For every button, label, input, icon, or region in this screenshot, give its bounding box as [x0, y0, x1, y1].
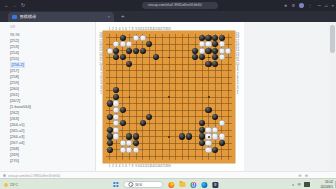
board-cell[interactable] — [126, 34, 133, 41]
board-cell[interactable] — [192, 107, 199, 114]
board-cell[interactable] — [218, 87, 225, 94]
board-cell[interactable] — [192, 100, 199, 107]
board-cell[interactable] — [212, 107, 219, 114]
board-cell[interactable] — [119, 100, 126, 107]
board-cell[interactable] — [179, 67, 186, 74]
board-cell[interactable] — [133, 74, 140, 81]
board-cell[interactable] — [126, 107, 133, 114]
reload-icon[interactable]: ↻ — [21, 2, 25, 8]
board-cell[interactable] — [185, 61, 192, 68]
board-cell[interactable] — [126, 80, 133, 87]
board-cell[interactable] — [139, 113, 146, 120]
board-cell[interactable] — [119, 80, 126, 87]
board-cell[interactable] — [172, 107, 179, 114]
board-cell[interactable] — [172, 94, 179, 101]
board-cell[interactable] — [139, 146, 146, 153]
board-cell[interactable] — [212, 61, 219, 68]
board-cell[interactable] — [172, 133, 179, 140]
board-cell[interactable] — [205, 107, 212, 114]
board-cell[interactable] — [172, 87, 179, 94]
board-cell[interactable] — [139, 80, 146, 87]
board-cell[interactable] — [119, 107, 126, 114]
board-cell[interactable] — [225, 54, 232, 61]
board-cell[interactable] — [106, 100, 113, 107]
board-cell[interactable] — [166, 47, 173, 54]
board-cell[interactable] — [159, 100, 166, 107]
board-cell[interactable] — [192, 47, 199, 54]
board-cell[interactable] — [146, 133, 153, 140]
board-cell[interactable] — [199, 140, 206, 147]
close-button[interactable]: × — [331, 3, 334, 8]
board-cell[interactable] — [106, 34, 113, 41]
board-cell[interactable] — [152, 133, 159, 140]
board-cell[interactable] — [179, 140, 186, 147]
board-cell[interactable] — [113, 120, 120, 127]
board-cell[interactable] — [179, 54, 186, 61]
board-cell[interactable] — [192, 41, 199, 48]
board-cell[interactable] — [218, 74, 225, 81]
board-cell[interactable] — [106, 140, 113, 147]
board-cell[interactable] — [205, 41, 212, 48]
board-cell[interactable] — [113, 153, 120, 160]
board-cell[interactable] — [133, 146, 140, 153]
board-cell[interactable] — [192, 153, 199, 160]
board-cell[interactable] — [172, 74, 179, 81]
board-cell[interactable] — [146, 47, 153, 54]
board-cell[interactable] — [192, 67, 199, 74]
board-cell[interactable] — [225, 61, 232, 68]
menu-icon[interactable]: ⋮ — [308, 3, 312, 8]
board-cell[interactable] — [199, 54, 206, 61]
board-cell[interactable] — [192, 133, 199, 140]
board-cell[interactable] — [106, 87, 113, 94]
board-cell[interactable] — [119, 94, 126, 101]
board-cell[interactable] — [126, 113, 133, 120]
board-cell[interactable] — [159, 146, 166, 153]
board-cell[interactable] — [185, 94, 192, 101]
board-cell[interactable] — [119, 113, 126, 120]
board-cell[interactable] — [159, 120, 166, 127]
board-cell[interactable] — [152, 47, 159, 54]
board-cell[interactable] — [159, 87, 166, 94]
board-cell[interactable] — [212, 153, 219, 160]
board-cell[interactable] — [152, 113, 159, 120]
board-cell[interactable] — [192, 34, 199, 41]
board-cell[interactable] — [119, 41, 126, 48]
board-cell[interactable] — [106, 41, 113, 48]
board-cell[interactable] — [139, 74, 146, 81]
board-cell[interactable] — [133, 94, 140, 101]
page-scrollbar[interactable] — [329, 22, 336, 171]
board-cell[interactable] — [166, 61, 173, 68]
board-cell[interactable] — [199, 80, 206, 87]
board-cell[interactable] — [152, 153, 159, 160]
board-cell[interactable] — [119, 127, 126, 134]
board-cell[interactable] — [205, 80, 212, 87]
board-cell[interactable] — [152, 34, 159, 41]
move-list-item[interactable]: [256-2] — [10, 62, 25, 68]
board-cell[interactable] — [113, 146, 120, 153]
board-cell[interactable] — [146, 146, 153, 153]
board-cell[interactable] — [185, 54, 192, 61]
board-cell[interactable] — [205, 127, 212, 134]
board-cell[interactable] — [146, 153, 153, 160]
board-cell[interactable] — [113, 34, 120, 41]
board-cell[interactable] — [166, 80, 173, 87]
board-cell[interactable] — [133, 61, 140, 68]
board-cell[interactable] — [199, 100, 206, 107]
board-cell[interactable] — [139, 87, 146, 94]
board-cell[interactable] — [106, 80, 113, 87]
board-cell[interactable] — [218, 80, 225, 87]
board-cell[interactable] — [199, 74, 206, 81]
board-cell[interactable] — [172, 140, 179, 147]
board-cell[interactable] — [199, 113, 206, 120]
board-cell[interactable] — [212, 120, 219, 127]
board-cell[interactable] — [159, 107, 166, 114]
board-cell[interactable] — [185, 74, 192, 81]
board-cell[interactable] — [146, 120, 153, 127]
dark-app-icon[interactable] — [212, 182, 218, 188]
board-cell[interactable] — [185, 113, 192, 120]
board-cell[interactable] — [179, 113, 186, 120]
board-cell[interactable] — [119, 67, 126, 74]
board-cell[interactable] — [172, 41, 179, 48]
board-cell[interactable] — [133, 127, 140, 134]
board-cell[interactable] — [152, 120, 159, 127]
board-cell[interactable] — [159, 41, 166, 48]
active-tab[interactable]: 围棋棋谱 × — [8, 12, 114, 23]
board-cell[interactable] — [106, 74, 113, 81]
board-cell[interactable] — [166, 100, 173, 107]
board-cell[interactable] — [212, 87, 219, 94]
board-cell[interactable] — [192, 120, 199, 127]
board-cell[interactable] — [218, 146, 225, 153]
board-cell[interactable] — [133, 100, 140, 107]
board-cell[interactable] — [192, 54, 199, 61]
board-cell[interactable] — [119, 34, 126, 41]
board-cell[interactable] — [192, 74, 199, 81]
board-cell[interactable] — [199, 127, 206, 134]
board-cell[interactable] — [212, 41, 219, 48]
address-bar[interactable]: xincap.com/xhz2-8965z6hnGf-bh60 — [142, 2, 218, 9]
board-cell[interactable] — [146, 74, 153, 81]
board-cell[interactable] — [113, 74, 120, 81]
board-cell[interactable] — [199, 120, 206, 127]
forward-icon[interactable]: → — [12, 2, 17, 8]
board-cell[interactable] — [199, 107, 206, 114]
board-cell[interactable] — [126, 140, 133, 147]
board-cell[interactable] — [152, 100, 159, 107]
board-cell[interactable] — [192, 146, 199, 153]
board-cell[interactable] — [159, 54, 166, 61]
board-cell[interactable] — [166, 74, 173, 81]
board-cell[interactable] — [152, 107, 159, 114]
new-tab-button[interactable]: + — [121, 13, 125, 19]
board-cell[interactable] — [159, 133, 166, 140]
maximize-button[interactable]: □ — [325, 3, 328, 8]
board-cell[interactable] — [139, 61, 146, 68]
board-cell[interactable] — [185, 34, 192, 41]
board-cell[interactable] — [126, 120, 133, 127]
board-cell[interactable] — [199, 41, 206, 48]
board-cell[interactable] — [205, 67, 212, 74]
board-cell[interactable] — [185, 41, 192, 48]
board-cell[interactable] — [113, 113, 120, 120]
board-cell[interactable] — [146, 113, 153, 120]
board-cell[interactable] — [139, 94, 146, 101]
board-cell[interactable] — [139, 47, 146, 54]
board-cell[interactable] — [212, 146, 219, 153]
board-cell[interactable] — [166, 113, 173, 120]
board-cell[interactable] — [199, 87, 206, 94]
tab-close-icon[interactable]: × — [108, 14, 110, 19]
board-cell[interactable] — [159, 67, 166, 74]
board-cell[interactable] — [106, 133, 113, 140]
board-cell[interactable] — [212, 74, 219, 81]
board-cell[interactable] — [133, 67, 140, 74]
board-cell[interactable] — [133, 153, 140, 160]
board-cell[interactable] — [172, 47, 179, 54]
board-cell[interactable] — [172, 127, 179, 134]
board-cell[interactable] — [185, 67, 192, 74]
board-cell[interactable] — [225, 87, 232, 94]
board-cell[interactable] — [113, 107, 120, 114]
board-cell[interactable] — [199, 34, 206, 41]
board-cell[interactable] — [126, 146, 133, 153]
board-cell[interactable] — [126, 67, 133, 74]
board-cell[interactable] — [166, 41, 173, 48]
board-cell[interactable] — [212, 140, 219, 147]
board-cell[interactable] — [166, 120, 173, 127]
board-cell[interactable] — [159, 113, 166, 120]
board-cell[interactable] — [205, 100, 212, 107]
board-cell[interactable] — [166, 127, 173, 134]
windows-start-icon[interactable] — [113, 182, 118, 187]
board-cell[interactable] — [133, 140, 140, 147]
board-cell[interactable] — [146, 87, 153, 94]
board-cell[interactable] — [225, 127, 232, 134]
board-cell[interactable] — [152, 41, 159, 48]
board-cell[interactable] — [172, 120, 179, 127]
chrome-icon[interactable] — [190, 182, 196, 188]
board-cell[interactable] — [152, 74, 159, 81]
board-cell[interactable] — [225, 74, 232, 81]
board-cell[interactable] — [146, 54, 153, 61]
board-cell[interactable] — [133, 133, 140, 140]
board-cell[interactable] — [212, 127, 219, 134]
board-cell[interactable] — [172, 54, 179, 61]
board-cell[interactable] — [172, 34, 179, 41]
board-cell[interactable] — [185, 87, 192, 94]
board-cell[interactable] — [205, 47, 212, 54]
board-cell[interactable] — [126, 47, 133, 54]
taskbar-clock[interactable]: 16:02 2024/6/1 — [321, 180, 333, 188]
board-cell[interactable] — [218, 107, 225, 114]
board-cell[interactable] — [133, 34, 140, 41]
move-list-item[interactable]: [270] — [10, 158, 95, 164]
board-cell[interactable] — [225, 100, 232, 107]
board-cell[interactable] — [159, 34, 166, 41]
ime-indicator[interactable]: 中 — [297, 183, 301, 187]
file-explorer-icon[interactable] — [179, 182, 185, 187]
board-cell[interactable] — [225, 113, 232, 120]
board-cell[interactable] — [113, 54, 120, 61]
board-cell[interactable] — [139, 54, 146, 61]
board-cell[interactable] — [126, 74, 133, 81]
board-cell[interactable] — [179, 120, 186, 127]
board-cell[interactable] — [119, 54, 126, 61]
board-cell[interactable] — [166, 67, 173, 74]
board-cell[interactable] — [199, 94, 206, 101]
board-cell[interactable] — [113, 87, 120, 94]
board-cell[interactable] — [218, 153, 225, 160]
board-cell[interactable] — [218, 41, 225, 48]
board-cell[interactable] — [106, 113, 113, 120]
board-cell[interactable] — [192, 61, 199, 68]
board-cell[interactable] — [179, 47, 186, 54]
board-cell[interactable] — [212, 100, 219, 107]
board-cell[interactable] — [225, 107, 232, 114]
board-cell[interactable] — [225, 94, 232, 101]
board-cell[interactable] — [119, 146, 126, 153]
board-cell[interactable] — [212, 54, 219, 61]
board-cell[interactable] — [179, 34, 186, 41]
board-cell[interactable] — [205, 113, 212, 120]
board-cell[interactable] — [225, 41, 232, 48]
board-cell[interactable] — [179, 133, 186, 140]
extensions-icon[interactable]: ⚙ — [291, 3, 295, 8]
board-cell[interactable] — [113, 47, 120, 54]
board-cell[interactable] — [225, 140, 232, 147]
board-cell[interactable] — [146, 127, 153, 134]
board-cell[interactable] — [199, 133, 206, 140]
board-cell[interactable] — [159, 47, 166, 54]
board-cell[interactable] — [225, 153, 232, 160]
board-cell[interactable] — [133, 120, 140, 127]
board-cell[interactable] — [225, 133, 232, 140]
board-cell[interactable] — [199, 67, 206, 74]
board-cell[interactable] — [179, 94, 186, 101]
board-cell[interactable] — [139, 67, 146, 74]
board-cell[interactable] — [212, 34, 219, 41]
board-cell[interactable] — [179, 107, 186, 114]
board-cell[interactable] — [218, 54, 225, 61]
board-cell[interactable] — [212, 133, 219, 140]
tray-chevron-icon[interactable]: ∧ — [292, 183, 295, 187]
board-cell[interactable] — [126, 127, 133, 134]
board-cell[interactable] — [119, 133, 126, 140]
board-cell[interactable] — [113, 41, 120, 48]
board-cell[interactable] — [192, 127, 199, 134]
board-cell[interactable] — [119, 140, 126, 147]
board-cell[interactable] — [113, 94, 120, 101]
board-cell[interactable] — [225, 80, 232, 87]
board-cell[interactable] — [146, 67, 153, 74]
board-cell[interactable] — [218, 127, 225, 134]
board-cell[interactable] — [119, 153, 126, 160]
board-cell[interactable] — [172, 100, 179, 107]
board-cell[interactable] — [146, 94, 153, 101]
board-cell[interactable] — [139, 34, 146, 41]
board-cell[interactable] — [106, 61, 113, 68]
board-cell[interactable] — [212, 80, 219, 87]
board-cell[interactable] — [179, 87, 186, 94]
board-cell[interactable] — [113, 133, 120, 140]
board-cell[interactable] — [113, 100, 120, 107]
board-cell[interactable] — [126, 100, 133, 107]
board-cell[interactable] — [119, 74, 126, 81]
board-cell[interactable] — [126, 61, 133, 68]
board-cell[interactable] — [126, 153, 133, 160]
board-cell[interactable] — [159, 94, 166, 101]
board-cell[interactable] — [179, 74, 186, 81]
board-cell[interactable] — [133, 107, 140, 114]
board-cell[interactable] — [199, 146, 206, 153]
board-cell[interactable] — [205, 87, 212, 94]
board-cell[interactable] — [179, 100, 186, 107]
board-cell[interactable] — [218, 140, 225, 147]
board-cell[interactable] — [192, 80, 199, 87]
taskbar-search[interactable]: 搜索 — [123, 181, 163, 188]
board-cell[interactable] — [225, 67, 232, 74]
board-cell[interactable] — [218, 120, 225, 127]
board-cell[interactable] — [146, 100, 153, 107]
board-cell[interactable] — [179, 127, 186, 134]
board-cell[interactable] — [179, 61, 186, 68]
board-cell[interactable] — [185, 140, 192, 147]
board-cell[interactable] — [192, 113, 199, 120]
board-cell[interactable] — [119, 61, 126, 68]
board-cell[interactable] — [106, 67, 113, 74]
board-cell[interactable] — [166, 153, 173, 160]
board-cell[interactable] — [139, 41, 146, 48]
board-cell[interactable] — [106, 47, 113, 54]
board-cell[interactable] — [106, 120, 113, 127]
board-cell[interactable] — [179, 41, 186, 48]
board-cell[interactable] — [119, 87, 126, 94]
board-cell[interactable] — [119, 47, 126, 54]
board-cell[interactable] — [172, 153, 179, 160]
board-cell[interactable] — [166, 146, 173, 153]
board-cell[interactable] — [139, 100, 146, 107]
board-cell[interactable] — [146, 140, 153, 147]
board-cell[interactable] — [225, 120, 232, 127]
board-cell[interactable] — [146, 34, 153, 41]
board-cell[interactable] — [159, 140, 166, 147]
board-cell[interactable] — [133, 87, 140, 94]
board-cell[interactable] — [212, 67, 219, 74]
board-cell[interactable] — [192, 94, 199, 101]
board-cell[interactable] — [218, 61, 225, 68]
board-cell[interactable] — [113, 80, 120, 87]
board-cell[interactable] — [218, 47, 225, 54]
board-cell[interactable] — [126, 41, 133, 48]
board-cell[interactable] — [152, 140, 159, 147]
board-cell[interactable] — [152, 61, 159, 68]
board-cell[interactable] — [139, 127, 146, 134]
board-cell[interactable] — [119, 120, 126, 127]
board-cell[interactable] — [159, 74, 166, 81]
board-cell[interactable] — [185, 100, 192, 107]
back-icon[interactable]: ← — [4, 2, 9, 8]
board-cell[interactable] — [152, 146, 159, 153]
board-cell[interactable] — [139, 107, 146, 114]
profile-avatar[interactable] — [299, 3, 304, 8]
board-cell[interactable] — [166, 87, 173, 94]
board-cell[interactable] — [212, 94, 219, 101]
board-cell[interactable] — [218, 94, 225, 101]
